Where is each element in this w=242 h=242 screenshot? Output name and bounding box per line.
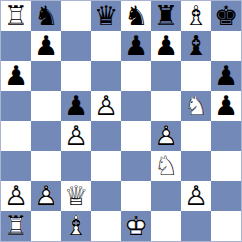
- white-knight-icon: ♘: [151, 151, 181, 181]
- white-pawn-fill: ♟: [181, 181, 211, 211]
- square-c8[interactable]: [61, 1, 91, 31]
- white-rook-icon: ♖: [1, 211, 31, 241]
- square-g5[interactable]: ♞♘: [181, 91, 211, 121]
- square-g3[interactable]: [181, 151, 211, 181]
- black-queen-icon: ♛: [91, 1, 121, 31]
- square-f1[interactable]: [151, 211, 181, 241]
- white-bishop-fill: ♝: [61, 211, 91, 241]
- square-a5[interactable]: [1, 91, 31, 121]
- square-d2[interactable]: [91, 181, 121, 211]
- square-b7[interactable]: ♟: [31, 31, 61, 61]
- square-h5[interactable]: ♟: [211, 91, 241, 121]
- square-c2[interactable]: ♛♕: [61, 181, 91, 211]
- square-b1[interactable]: [31, 211, 61, 241]
- square-g6[interactable]: [181, 61, 211, 91]
- chess-board-frame: ♜♖♞♛♞♜♝♗♚♟♟♟♝♟♟♟♟♙♞♘♟♟♙♟♙♞♘♟♙♟♙♛♕♟♙♜♖♝♗♚…: [0, 0, 242, 242]
- black-pawn-icon: ♟: [151, 31, 181, 61]
- square-e3[interactable]: [121, 151, 151, 181]
- square-g8[interactable]: ♝♗: [181, 1, 211, 31]
- square-c3[interactable]: [61, 151, 91, 181]
- square-b8[interactable]: ♞: [31, 1, 61, 31]
- square-f5[interactable]: [151, 91, 181, 121]
- black-pawn-icon: ♟: [1, 61, 31, 91]
- white-pawn-icon: ♙: [61, 121, 91, 151]
- square-a4[interactable]: [1, 121, 31, 151]
- white-pawn-fill: ♟: [61, 121, 91, 151]
- square-f8[interactable]: ♜: [151, 1, 181, 31]
- black-knight-icon: ♞: [121, 1, 151, 31]
- white-rook-icon: ♖: [1, 1, 31, 31]
- white-queen-icon: ♕: [61, 181, 91, 211]
- white-knight-fill: ♞: [151, 151, 181, 181]
- white-pawn-fill: ♟: [151, 121, 181, 151]
- square-e4[interactable]: [121, 121, 151, 151]
- square-h6[interactable]: ♟: [211, 61, 241, 91]
- square-f4[interactable]: ♟♙: [151, 121, 181, 151]
- square-c4[interactable]: ♟♙: [61, 121, 91, 151]
- white-pawn-fill: ♟: [91, 91, 121, 121]
- white-bishop-icon: ♗: [181, 1, 211, 31]
- square-d7[interactable]: [91, 31, 121, 61]
- white-bishop-fill: ♝: [181, 1, 211, 31]
- square-a7[interactable]: [1, 31, 31, 61]
- square-a2[interactable]: ♟♙: [1, 181, 31, 211]
- square-b5[interactable]: [31, 91, 61, 121]
- chess-board: ♜♖♞♛♞♜♝♗♚♟♟♟♝♟♟♟♟♙♞♘♟♟♙♟♙♞♘♟♙♟♙♛♕♟♙♜♖♝♗♚…: [1, 1, 241, 241]
- square-g2[interactable]: ♟♙: [181, 181, 211, 211]
- white-king-fill: ♚: [121, 211, 151, 241]
- square-b4[interactable]: [31, 121, 61, 151]
- square-b3[interactable]: [31, 151, 61, 181]
- square-b6[interactable]: [31, 61, 61, 91]
- square-e8[interactable]: ♞: [121, 1, 151, 31]
- square-g4[interactable]: [181, 121, 211, 151]
- white-queen-fill: ♛: [61, 181, 91, 211]
- black-rook-icon: ♜: [151, 1, 181, 31]
- white-pawn-icon: ♙: [151, 121, 181, 151]
- square-g1[interactable]: [181, 211, 211, 241]
- square-h1[interactable]: [211, 211, 241, 241]
- white-pawn-fill: ♟: [31, 181, 61, 211]
- square-h8[interactable]: ♚: [211, 1, 241, 31]
- white-knight-fill: ♞: [181, 91, 211, 121]
- square-f3[interactable]: ♞♘: [151, 151, 181, 181]
- square-d6[interactable]: [91, 61, 121, 91]
- white-pawn-fill: ♟: [1, 181, 31, 211]
- square-h2[interactable]: [211, 181, 241, 211]
- square-c5[interactable]: ♟: [61, 91, 91, 121]
- black-pawn-icon: ♟: [31, 31, 61, 61]
- square-d4[interactable]: [91, 121, 121, 151]
- black-pawn-icon: ♟: [211, 91, 241, 121]
- black-pawn-icon: ♟: [61, 91, 91, 121]
- square-a6[interactable]: ♟: [1, 61, 31, 91]
- black-knight-icon: ♞: [31, 1, 61, 31]
- square-h4[interactable]: [211, 121, 241, 151]
- square-h3[interactable]: [211, 151, 241, 181]
- square-d3[interactable]: [91, 151, 121, 181]
- square-f6[interactable]: [151, 61, 181, 91]
- square-e7[interactable]: ♟: [121, 31, 151, 61]
- square-c7[interactable]: [61, 31, 91, 61]
- black-pawn-icon: ♟: [211, 61, 241, 91]
- square-e5[interactable]: [121, 91, 151, 121]
- white-king-icon: ♔: [121, 211, 151, 241]
- square-e6[interactable]: [121, 61, 151, 91]
- square-e1[interactable]: ♚♔: [121, 211, 151, 241]
- white-rook-fill: ♜: [1, 1, 31, 31]
- square-c6[interactable]: [61, 61, 91, 91]
- white-rook-fill: ♜: [1, 211, 31, 241]
- square-h7[interactable]: [211, 31, 241, 61]
- square-f2[interactable]: [151, 181, 181, 211]
- square-g7[interactable]: ♝: [181, 31, 211, 61]
- square-a3[interactable]: [1, 151, 31, 181]
- black-bishop-icon: ♝: [181, 31, 211, 61]
- square-d1[interactable]: [91, 211, 121, 241]
- white-knight-icon: ♘: [181, 91, 211, 121]
- square-d8[interactable]: ♛: [91, 1, 121, 31]
- white-pawn-icon: ♙: [31, 181, 61, 211]
- square-a1[interactable]: ♜♖: [1, 211, 31, 241]
- square-b2[interactable]: ♟♙: [31, 181, 61, 211]
- white-pawn-icon: ♙: [91, 91, 121, 121]
- square-e2[interactable]: [121, 181, 151, 211]
- white-bishop-icon: ♗: [61, 211, 91, 241]
- black-king-icon: ♚: [211, 1, 241, 31]
- black-pawn-icon: ♟: [121, 31, 151, 61]
- square-c1[interactable]: ♝♗: [61, 211, 91, 241]
- square-f7[interactable]: ♟: [151, 31, 181, 61]
- square-d5[interactable]: ♟♙: [91, 91, 121, 121]
- white-pawn-icon: ♙: [1, 181, 31, 211]
- white-pawn-icon: ♙: [181, 181, 211, 211]
- square-a8[interactable]: ♜♖: [1, 1, 31, 31]
